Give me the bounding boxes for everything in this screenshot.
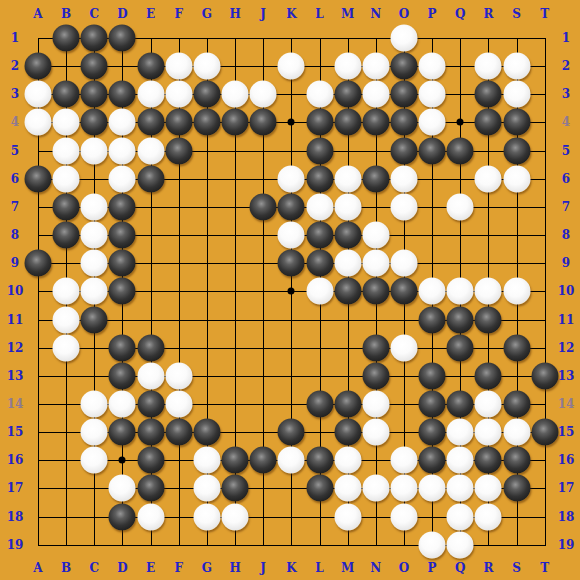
stone-white-K16[interactable] <box>278 447 305 474</box>
stone-white-O16[interactable] <box>390 447 417 474</box>
col-label-bottom-N: N <box>370 562 381 574</box>
stone-black-C1[interactable] <box>81 25 108 52</box>
stone-black-L16[interactable] <box>306 447 333 474</box>
row-label-right-6: 6 <box>562 173 570 185</box>
stone-black-M8[interactable] <box>334 222 361 249</box>
stone-white-A4[interactable] <box>25 109 52 136</box>
row-label-right-17: 17 <box>558 482 575 494</box>
stone-white-P17[interactable] <box>419 475 446 502</box>
stone-black-N4[interactable] <box>362 109 389 136</box>
stone-black-M15[interactable] <box>334 419 361 446</box>
col-label-top-Q: Q <box>455 8 465 20</box>
stone-white-P19[interactable] <box>419 531 446 558</box>
stone-black-A9[interactable] <box>25 250 52 277</box>
col-label-bottom-C: C <box>90 562 100 574</box>
stone-black-O5[interactable] <box>390 137 417 164</box>
stone-black-L6[interactable] <box>306 165 333 192</box>
stone-white-Q18[interactable] <box>447 503 474 530</box>
stone-white-G17[interactable] <box>193 475 220 502</box>
stone-black-B7[interactable] <box>53 193 80 220</box>
stone-black-D15[interactable] <box>109 419 136 446</box>
stone-white-N17[interactable] <box>362 475 389 502</box>
col-label-bottom-Q: Q <box>455 562 465 574</box>
row-label-right-16: 16 <box>558 454 575 466</box>
stone-black-N10[interactable] <box>362 278 389 305</box>
stone-white-M7[interactable] <box>334 193 361 220</box>
stone-white-G18[interactable] <box>193 503 220 530</box>
col-label-bottom-M: M <box>341 562 354 574</box>
stone-black-Q12[interactable] <box>447 334 474 361</box>
stone-black-O2[interactable] <box>390 53 417 80</box>
stone-white-S6[interactable] <box>503 165 530 192</box>
col-label-bottom-A: A <box>33 562 42 574</box>
stone-white-A3[interactable] <box>25 81 52 108</box>
star-point-Q4 <box>457 119 464 126</box>
stone-white-C8[interactable] <box>81 222 108 249</box>
stone-black-B3[interactable] <box>53 81 80 108</box>
stone-white-C7[interactable] <box>81 193 108 220</box>
row-label-right-8: 8 <box>562 229 570 241</box>
stone-white-S3[interactable] <box>503 81 530 108</box>
row-label-right-18: 18 <box>558 511 575 523</box>
stone-white-M16[interactable] <box>334 447 361 474</box>
stone-white-E18[interactable] <box>137 503 164 530</box>
col-label-bottom-K: K <box>286 562 296 574</box>
col-label-top-M: M <box>341 8 354 20</box>
stone-black-S4[interactable] <box>503 109 530 136</box>
col-label-top-L: L <box>315 8 323 20</box>
star-point-K10 <box>288 288 295 295</box>
star-point-D16 <box>119 457 126 464</box>
stone-white-K6[interactable] <box>278 165 305 192</box>
stone-white-B5[interactable] <box>53 137 80 164</box>
stone-white-R2[interactable] <box>475 53 502 80</box>
stone-black-D18[interactable] <box>109 503 136 530</box>
stone-white-D4[interactable] <box>109 109 136 136</box>
stone-white-S10[interactable] <box>503 278 530 305</box>
stone-white-K2[interactable] <box>278 53 305 80</box>
row-label-left-12: 12 <box>7 342 24 354</box>
col-label-top-J: J <box>260 8 266 20</box>
row-label-left-17: 17 <box>7 482 24 494</box>
stone-white-Q7[interactable] <box>447 193 474 220</box>
stone-black-E2[interactable] <box>137 53 164 80</box>
stone-white-F2[interactable] <box>165 53 192 80</box>
row-label-left-16: 16 <box>7 454 24 466</box>
col-label-top-K: K <box>286 8 296 20</box>
stone-white-G2[interactable] <box>193 53 220 80</box>
col-label-bottom-E: E <box>146 562 155 574</box>
stone-black-M14[interactable] <box>334 390 361 417</box>
go-board[interactable]: AA11BB22CC33DD44EE55FF66GG77HH88JJ99KK10… <box>0 0 580 580</box>
stone-white-Q15[interactable] <box>447 419 474 446</box>
stone-black-P13[interactable] <box>419 362 446 389</box>
stone-black-O4[interactable] <box>390 109 417 136</box>
col-label-top-T: T <box>540 8 549 20</box>
col-label-bottom-O: O <box>399 562 409 574</box>
stone-black-O3[interactable] <box>390 81 417 108</box>
col-label-bottom-D: D <box>117 562 127 574</box>
stone-black-D12[interactable] <box>109 334 136 361</box>
stone-black-T15[interactable] <box>531 419 558 446</box>
stone-black-D7[interactable] <box>109 193 136 220</box>
stone-white-K8[interactable] <box>278 222 305 249</box>
stone-black-G3[interactable] <box>193 81 220 108</box>
stone-white-O6[interactable] <box>390 165 417 192</box>
stone-black-K9[interactable] <box>278 250 305 277</box>
col-label-bottom-B: B <box>61 562 71 574</box>
stone-black-S16[interactable] <box>503 447 530 474</box>
stone-white-D17[interactable] <box>109 475 136 502</box>
stone-white-Q17[interactable] <box>447 475 474 502</box>
stone-black-D8[interactable] <box>109 222 136 249</box>
stone-white-P3[interactable] <box>419 81 446 108</box>
stone-white-M6[interactable] <box>334 165 361 192</box>
stone-white-B4[interactable] <box>53 109 80 136</box>
row-label-right-19: 19 <box>558 539 575 551</box>
stone-black-A2[interactable] <box>25 53 52 80</box>
stone-black-G4[interactable] <box>193 109 220 136</box>
col-label-top-A: A <box>33 8 42 20</box>
stone-white-O1[interactable] <box>390 25 417 52</box>
row-label-left-11: 11 <box>7 314 24 326</box>
stone-black-L17[interactable] <box>306 475 333 502</box>
star-point-K4 <box>288 119 295 126</box>
stone-white-N3[interactable] <box>362 81 389 108</box>
row-label-left-3: 3 <box>11 88 19 100</box>
row-label-left-14: 14 <box>7 398 24 410</box>
stone-white-F14[interactable] <box>165 390 192 417</box>
stone-black-R3[interactable] <box>475 81 502 108</box>
stone-white-C9[interactable] <box>81 250 108 277</box>
stone-white-N9[interactable] <box>362 250 389 277</box>
row-label-left-19: 19 <box>7 539 24 551</box>
stone-black-P14[interactable] <box>419 390 446 417</box>
stone-white-D6[interactable] <box>109 165 136 192</box>
col-label-top-H: H <box>229 8 240 20</box>
stone-white-D14[interactable] <box>109 390 136 417</box>
stone-white-E13[interactable] <box>137 362 164 389</box>
stone-black-E12[interactable] <box>137 334 164 361</box>
row-label-left-13: 13 <box>7 370 24 382</box>
row-label-left-7: 7 <box>11 201 19 213</box>
stone-black-H17[interactable] <box>222 475 249 502</box>
stone-black-P15[interactable] <box>419 419 446 446</box>
stone-black-B1[interactable] <box>53 25 80 52</box>
stone-black-E15[interactable] <box>137 419 164 446</box>
stone-black-J7[interactable] <box>250 193 277 220</box>
stone-black-H16[interactable] <box>222 447 249 474</box>
stone-white-C16[interactable] <box>81 447 108 474</box>
row-label-right-9: 9 <box>562 257 570 269</box>
col-label-top-E: E <box>146 8 155 20</box>
stone-black-E14[interactable] <box>137 390 164 417</box>
stone-white-R18[interactable] <box>475 503 502 530</box>
stone-white-L10[interactable] <box>306 278 333 305</box>
stone-black-K7[interactable] <box>278 193 305 220</box>
stone-white-E5[interactable] <box>137 137 164 164</box>
stone-black-E4[interactable] <box>137 109 164 136</box>
stone-white-P10[interactable] <box>419 278 446 305</box>
row-label-left-5: 5 <box>11 145 19 157</box>
stone-white-C5[interactable] <box>81 137 108 164</box>
stone-black-F15[interactable] <box>165 419 192 446</box>
stone-black-H4[interactable] <box>222 109 249 136</box>
stone-black-P16[interactable] <box>419 447 446 474</box>
col-label-bottom-T: T <box>540 562 549 574</box>
row-label-right-5: 5 <box>562 145 570 157</box>
stone-white-Q10[interactable] <box>447 278 474 305</box>
stone-black-F5[interactable] <box>165 137 192 164</box>
stone-black-D9[interactable] <box>109 250 136 277</box>
stone-black-N6[interactable] <box>362 165 389 192</box>
stone-white-M2[interactable] <box>334 53 361 80</box>
col-label-top-N: N <box>370 8 381 20</box>
row-label-right-2: 2 <box>562 60 570 72</box>
row-label-right-11: 11 <box>558 314 575 326</box>
stone-white-O18[interactable] <box>390 503 417 530</box>
stone-white-M17[interactable] <box>334 475 361 502</box>
col-label-top-S: S <box>512 8 521 20</box>
row-label-left-4: 4 <box>11 116 19 128</box>
stone-black-E6[interactable] <box>137 165 164 192</box>
stone-black-Q5[interactable] <box>447 137 474 164</box>
stone-black-R4[interactable] <box>475 109 502 136</box>
stone-black-N13[interactable] <box>362 362 389 389</box>
stone-black-S5[interactable] <box>503 137 530 164</box>
stone-white-O17[interactable] <box>390 475 417 502</box>
col-label-bottom-S: S <box>512 562 521 574</box>
stone-black-E17[interactable] <box>137 475 164 502</box>
stone-black-C11[interactable] <box>81 306 108 333</box>
col-label-bottom-F: F <box>174 562 183 574</box>
stone-black-L5[interactable] <box>306 137 333 164</box>
stone-black-K15[interactable] <box>278 419 305 446</box>
stone-black-D13[interactable] <box>109 362 136 389</box>
col-label-top-R: R <box>483 8 493 20</box>
col-label-bottom-P: P <box>428 562 437 574</box>
stone-black-J4[interactable] <box>250 109 277 136</box>
stone-white-G16[interactable] <box>193 447 220 474</box>
stone-black-R11[interactable] <box>475 306 502 333</box>
stone-white-B11[interactable] <box>53 306 80 333</box>
stone-black-D1[interactable] <box>109 25 136 52</box>
stone-black-C4[interactable] <box>81 109 108 136</box>
stone-black-L8[interactable] <box>306 222 333 249</box>
row-label-left-18: 18 <box>7 511 24 523</box>
stone-black-C2[interactable] <box>81 53 108 80</box>
stone-black-L14[interactable] <box>306 390 333 417</box>
stone-white-N2[interactable] <box>362 53 389 80</box>
row-label-left-9: 9 <box>11 257 19 269</box>
stone-black-M3[interactable] <box>334 81 361 108</box>
stone-white-M18[interactable] <box>334 503 361 530</box>
stone-white-P4[interactable] <box>419 109 446 136</box>
stone-white-N14[interactable] <box>362 390 389 417</box>
stone-white-R6[interactable] <box>475 165 502 192</box>
stone-black-Q14[interactable] <box>447 390 474 417</box>
col-label-bottom-G: G <box>202 562 212 574</box>
stone-black-T13[interactable] <box>531 362 558 389</box>
row-label-right-15: 15 <box>558 426 575 438</box>
stone-black-C3[interactable] <box>81 81 108 108</box>
col-label-top-C: C <box>90 8 100 20</box>
stone-white-S2[interactable] <box>503 53 530 80</box>
stone-white-F13[interactable] <box>165 362 192 389</box>
col-label-top-P: P <box>428 8 437 20</box>
stone-white-J3[interactable] <box>250 81 277 108</box>
stone-black-D3[interactable] <box>109 81 136 108</box>
stone-black-L4[interactable] <box>306 109 333 136</box>
col-label-bottom-H: H <box>229 562 240 574</box>
stone-black-E16[interactable] <box>137 447 164 474</box>
row-label-left-10: 10 <box>7 285 24 297</box>
stone-white-B10[interactable] <box>53 278 80 305</box>
row-label-right-3: 3 <box>562 88 570 100</box>
stone-black-M10[interactable] <box>334 278 361 305</box>
stone-black-J16[interactable] <box>250 447 277 474</box>
row-label-left-8: 8 <box>11 229 19 241</box>
col-label-bottom-J: J <box>260 562 266 574</box>
stone-white-R17[interactable] <box>475 475 502 502</box>
stone-black-P11[interactable] <box>419 306 446 333</box>
stone-white-M9[interactable] <box>334 250 361 277</box>
stone-white-F3[interactable] <box>165 81 192 108</box>
stone-black-P5[interactable] <box>419 137 446 164</box>
stone-white-H18[interactable] <box>222 503 249 530</box>
stone-white-L3[interactable] <box>306 81 333 108</box>
stone-white-C14[interactable] <box>81 390 108 417</box>
stone-white-B12[interactable] <box>53 334 80 361</box>
row-label-left-6: 6 <box>11 173 19 185</box>
stone-black-O10[interactable] <box>390 278 417 305</box>
row-label-right-13: 13 <box>558 370 575 382</box>
stone-white-N15[interactable] <box>362 419 389 446</box>
stone-white-D5[interactable] <box>109 137 136 164</box>
stone-white-Q19[interactable] <box>447 531 474 558</box>
stone-black-L9[interactable] <box>306 250 333 277</box>
col-label-top-F: F <box>174 8 183 20</box>
row-label-left-2: 2 <box>11 60 19 72</box>
stone-black-S17[interactable] <box>503 475 530 502</box>
stone-white-H3[interactable] <box>222 81 249 108</box>
stone-black-R13[interactable] <box>475 362 502 389</box>
grid-vline-T <box>545 38 546 546</box>
stone-black-G15[interactable] <box>193 419 220 446</box>
stone-black-S14[interactable] <box>503 390 530 417</box>
stone-white-S15[interactable] <box>503 419 530 446</box>
col-label-bottom-R: R <box>483 562 493 574</box>
stone-black-B8[interactable] <box>53 222 80 249</box>
stone-white-L7[interactable] <box>306 193 333 220</box>
row-label-left-1: 1 <box>11 32 19 44</box>
stone-white-P2[interactable] <box>419 53 446 80</box>
row-label-right-4: 4 <box>562 116 570 128</box>
col-label-top-G: G <box>202 8 212 20</box>
stone-black-D10[interactable] <box>109 278 136 305</box>
stone-black-N12[interactable] <box>362 334 389 361</box>
col-label-top-O: O <box>399 8 409 20</box>
stone-black-R16[interactable] <box>475 447 502 474</box>
stone-white-C10[interactable] <box>81 278 108 305</box>
stone-white-R14[interactable] <box>475 390 502 417</box>
row-label-right-1: 1 <box>562 32 570 44</box>
stone-white-Q16[interactable] <box>447 447 474 474</box>
col-label-top-D: D <box>117 8 127 20</box>
stone-white-O9[interactable] <box>390 250 417 277</box>
stone-black-Q11[interactable] <box>447 306 474 333</box>
col-label-bottom-L: L <box>315 562 323 574</box>
stone-white-C15[interactable] <box>81 419 108 446</box>
stone-white-O7[interactable] <box>390 193 417 220</box>
stone-white-E3[interactable] <box>137 81 164 108</box>
stone-white-R10[interactable] <box>475 278 502 305</box>
stone-white-N8[interactable] <box>362 222 389 249</box>
row-label-right-10: 10 <box>558 285 575 297</box>
stone-black-A6[interactable] <box>25 165 52 192</box>
stone-black-M4[interactable] <box>334 109 361 136</box>
row-label-right-12: 12 <box>558 342 575 354</box>
stone-white-R15[interactable] <box>475 419 502 446</box>
stone-white-B6[interactable] <box>53 165 80 192</box>
stone-black-S12[interactable] <box>503 334 530 361</box>
row-label-left-15: 15 <box>7 426 24 438</box>
row-label-right-7: 7 <box>562 201 570 213</box>
stone-black-F4[interactable] <box>165 109 192 136</box>
stone-white-O12[interactable] <box>390 334 417 361</box>
col-label-top-B: B <box>61 8 71 20</box>
row-label-right-14: 14 <box>558 398 575 410</box>
